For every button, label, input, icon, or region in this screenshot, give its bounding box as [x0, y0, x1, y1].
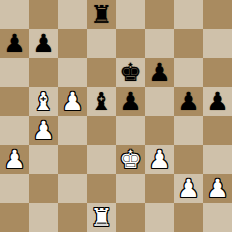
- square-e7[interactable]: [116, 29, 145, 58]
- square-h3[interactable]: [203, 145, 232, 174]
- square-c8[interactable]: [58, 0, 87, 29]
- piece-white-pawn[interactable]: ♟: [32, 116, 54, 145]
- square-h2[interactable]: ♟: [203, 174, 232, 203]
- piece-white-rook[interactable]: ♜: [90, 203, 112, 232]
- square-c4[interactable]: [58, 116, 87, 145]
- square-d4[interactable]: [87, 116, 116, 145]
- square-g1[interactable]: [174, 203, 203, 232]
- square-b7[interactable]: ♟: [29, 29, 58, 58]
- square-a3[interactable]: ♟: [0, 145, 29, 174]
- square-d1[interactable]: ♜: [87, 203, 116, 232]
- square-e8[interactable]: [116, 0, 145, 29]
- square-b5[interactable]: ♝: [29, 87, 58, 116]
- piece-black-pawn[interactable]: ♟: [3, 29, 25, 58]
- square-h4[interactable]: [203, 116, 232, 145]
- square-g7[interactable]: [174, 29, 203, 58]
- square-b1[interactable]: [29, 203, 58, 232]
- square-a2[interactable]: [0, 174, 29, 203]
- square-c6[interactable]: [58, 58, 87, 87]
- square-c5[interactable]: ♟: [58, 87, 87, 116]
- piece-black-king[interactable]: ♚: [119, 58, 141, 87]
- square-c2[interactable]: [58, 174, 87, 203]
- piece-black-pawn[interactable]: ♟: [119, 87, 141, 116]
- square-e2[interactable]: [116, 174, 145, 203]
- piece-white-pawn[interactable]: ♟: [177, 174, 199, 203]
- square-h1[interactable]: [203, 203, 232, 232]
- piece-white-king[interactable]: ♚: [119, 145, 141, 174]
- square-d2[interactable]: [87, 174, 116, 203]
- square-e1[interactable]: [116, 203, 145, 232]
- square-e5[interactable]: ♟: [116, 87, 145, 116]
- square-g5[interactable]: ♟: [174, 87, 203, 116]
- piece-black-pawn[interactable]: ♟: [177, 87, 199, 116]
- piece-white-pawn[interactable]: ♟: [3, 145, 25, 174]
- square-b6[interactable]: [29, 58, 58, 87]
- square-e4[interactable]: [116, 116, 145, 145]
- square-a1[interactable]: [0, 203, 29, 232]
- piece-black-pawn[interactable]: ♟: [32, 29, 54, 58]
- square-e6[interactable]: ♚: [116, 58, 145, 87]
- square-f3[interactable]: ♟: [145, 145, 174, 174]
- square-c1[interactable]: [58, 203, 87, 232]
- square-g8[interactable]: [174, 0, 203, 29]
- piece-black-pawn[interactable]: ♟: [206, 87, 228, 116]
- square-g3[interactable]: [174, 145, 203, 174]
- piece-black-bishop[interactable]: ♝: [90, 87, 112, 116]
- square-h5[interactable]: ♟: [203, 87, 232, 116]
- square-a5[interactable]: [0, 87, 29, 116]
- square-a4[interactable]: [0, 116, 29, 145]
- piece-white-pawn[interactable]: ♟: [61, 87, 83, 116]
- square-a7[interactable]: ♟: [0, 29, 29, 58]
- square-f7[interactable]: [145, 29, 174, 58]
- piece-white-bishop[interactable]: ♝: [32, 87, 54, 116]
- square-h7[interactable]: [203, 29, 232, 58]
- square-g4[interactable]: [174, 116, 203, 145]
- square-f5[interactable]: [145, 87, 174, 116]
- square-g2[interactable]: ♟: [174, 174, 203, 203]
- square-d5[interactable]: ♝: [87, 87, 116, 116]
- square-f8[interactable]: [145, 0, 174, 29]
- square-h8[interactable]: [203, 0, 232, 29]
- square-a8[interactable]: [0, 0, 29, 29]
- square-b8[interactable]: [29, 0, 58, 29]
- chess-board: ♜♟♟♚♟♝♟♝♟♟♟♟♟♚♟♟♟♜: [0, 0, 232, 232]
- square-d6[interactable]: [87, 58, 116, 87]
- piece-black-rook[interactable]: ♜: [90, 0, 112, 29]
- square-d7[interactable]: [87, 29, 116, 58]
- square-e3[interactable]: ♚: [116, 145, 145, 174]
- square-f6[interactable]: ♟: [145, 58, 174, 87]
- square-d3[interactable]: [87, 145, 116, 174]
- square-f2[interactable]: [145, 174, 174, 203]
- square-h6[interactable]: [203, 58, 232, 87]
- square-c7[interactable]: [58, 29, 87, 58]
- square-c3[interactable]: [58, 145, 87, 174]
- square-a6[interactable]: [0, 58, 29, 87]
- square-f4[interactable]: [145, 116, 174, 145]
- piece-white-pawn[interactable]: ♟: [206, 174, 228, 203]
- square-b4[interactable]: ♟: [29, 116, 58, 145]
- square-b3[interactable]: [29, 145, 58, 174]
- square-d8[interactable]: ♜: [87, 0, 116, 29]
- square-f1[interactable]: [145, 203, 174, 232]
- square-b2[interactable]: [29, 174, 58, 203]
- piece-white-pawn[interactable]: ♟: [148, 145, 170, 174]
- square-g6[interactable]: [174, 58, 203, 87]
- piece-black-pawn[interactable]: ♟: [148, 58, 170, 87]
